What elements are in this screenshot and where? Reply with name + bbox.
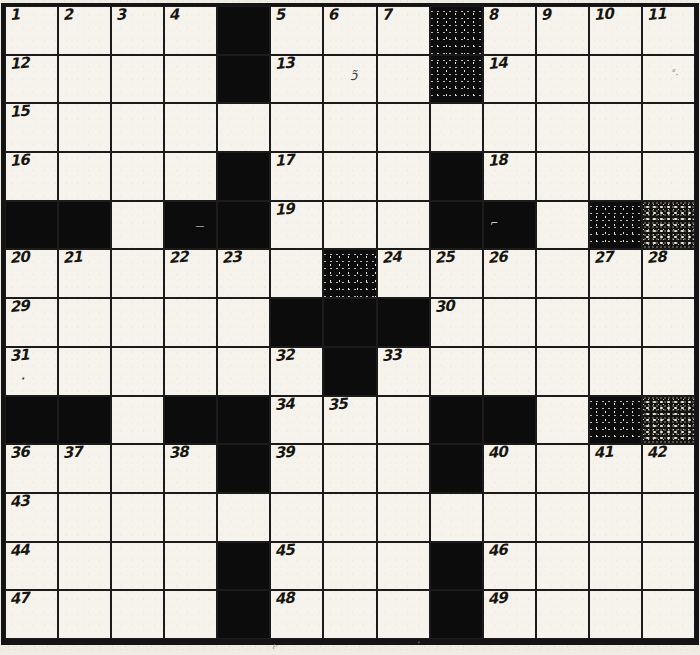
- clue-number-2: 2: [62, 6, 73, 24]
- black-cell-r4c5: [217, 152, 270, 201]
- cell-r10c3[interactable]: [111, 444, 164, 493]
- cell-r4c11[interactable]: [536, 152, 589, 201]
- clue-number-18: 18: [487, 152, 507, 171]
- cell-r3c6[interactable]: [270, 103, 323, 152]
- black-cell-r5c9: [430, 201, 483, 250]
- cell-r13c3[interactable]: [111, 590, 164, 639]
- clue-number-4: 4: [168, 6, 179, 24]
- clue-number-12: 12: [9, 54, 29, 73]
- clue-number-40: 40: [487, 444, 507, 463]
- cell-r9c6[interactable]: 34: [270, 396, 323, 445]
- cell-r3c2[interactable]: [58, 103, 111, 152]
- clue-number-43: 43: [9, 493, 29, 512]
- cell-r1c11[interactable]: 9: [536, 6, 589, 55]
- clue-number-34: 34: [274, 395, 294, 414]
- cell-r4c13[interactable]: [642, 152, 695, 201]
- clue-number-29: 29: [9, 298, 29, 317]
- clue-number-23: 23: [221, 249, 241, 268]
- cell-r3c4[interactable]: [164, 103, 217, 152]
- cell-r13c12[interactable]: [589, 590, 642, 639]
- cell-r7c2[interactable]: [58, 298, 111, 347]
- cell-r4c4[interactable]: [164, 152, 217, 201]
- cell-r10c12[interactable]: 41: [589, 444, 642, 493]
- clue-number-32: 32: [274, 346, 294, 365]
- black-cell-r7c7: [323, 298, 376, 347]
- cell-r8c8[interactable]: 33: [377, 347, 430, 396]
- stray-mark: —: [195, 222, 204, 231]
- cell-r3c1[interactable]: 15: [5, 103, 58, 152]
- cell-r11c6[interactable]: [270, 493, 323, 542]
- black-cell-r9c10: [483, 396, 536, 445]
- cell-r8c2[interactable]: [58, 347, 111, 396]
- black-cell-r2c9: [430, 55, 483, 104]
- clue-number-20: 20: [9, 249, 29, 268]
- clue-number-39: 39: [274, 444, 294, 463]
- black-cell-r9c2: [58, 396, 111, 445]
- clue-number-44: 44: [9, 541, 29, 560]
- clue-number-41: 41: [593, 444, 613, 463]
- cell-r3c9[interactable]: [430, 103, 483, 152]
- cell-r3c10[interactable]: [483, 103, 536, 152]
- black-cell-r5c1: [5, 201, 58, 250]
- cell-r7c1[interactable]: 29: [5, 298, 58, 347]
- clue-number-28: 28: [646, 249, 666, 268]
- cell-r12c8[interactable]: [377, 542, 430, 591]
- cell-r7c3[interactable]: [111, 298, 164, 347]
- clue-number-47: 47: [9, 590, 29, 609]
- cell-r8c10[interactable]: [483, 347, 536, 396]
- black-cell-r5c5: [217, 201, 270, 250]
- cell-r12c1[interactable]: 44: [5, 542, 58, 591]
- cell-r13c11[interactable]: [536, 590, 589, 639]
- cell-r1c6[interactable]: 5: [270, 6, 323, 55]
- cell-r3c13[interactable]: [642, 103, 695, 152]
- cell-r3c5[interactable]: [217, 103, 270, 152]
- black-cell-r2c5: [217, 55, 270, 104]
- clue-number-46: 46: [487, 541, 507, 560]
- clue-number-1: 1: [9, 6, 20, 24]
- cell-r1c4[interactable]: 4: [164, 6, 217, 55]
- cell-r1c8[interactable]: 7: [377, 6, 430, 55]
- cell-r6c1[interactable]: 20: [5, 249, 58, 298]
- clue-number-13: 13: [274, 54, 294, 73]
- cell-r11c2[interactable]: [58, 493, 111, 542]
- cell-r5c8[interactable]: [377, 201, 430, 250]
- cell-r12c4[interactable]: [164, 542, 217, 591]
- clue-number-27: 27: [593, 249, 613, 268]
- clue-number-9: 9: [540, 6, 551, 24]
- cell-r6c13[interactable]: 28: [642, 249, 695, 298]
- black-cell-r8c7: [323, 347, 376, 396]
- cell-r10c2[interactable]: 37: [58, 444, 111, 493]
- cell-r8c6[interactable]: 32: [270, 347, 323, 396]
- cell-r7c10[interactable]: [483, 298, 536, 347]
- cell-r4c1[interactable]: 16: [5, 152, 58, 201]
- black-cell-r10c9: [430, 444, 483, 493]
- cell-r13c4[interactable]: [164, 590, 217, 639]
- clue-number-21: 21: [62, 249, 82, 268]
- cell-r10c4[interactable]: 38: [164, 444, 217, 493]
- cell-r12c7[interactable]: [323, 542, 376, 591]
- cell-r13c7[interactable]: [323, 590, 376, 639]
- black-cell-r6c7: [323, 249, 376, 298]
- cell-r10c7[interactable]: [323, 444, 376, 493]
- stray-mark: ·: [19, 371, 24, 387]
- cell-r13c10[interactable]: 49: [483, 590, 536, 639]
- black-cell-r7c8: [377, 298, 430, 347]
- cell-r11c11[interactable]: [536, 493, 589, 542]
- crossword-grid: 12345678910111213ɔ̃14˚·15161718—19⌐20212…: [1, 3, 699, 645]
- clue-number-14: 14: [487, 54, 507, 73]
- black-cell-r13c5: [217, 590, 270, 639]
- clue-number-31: 31: [9, 346, 29, 365]
- cell-r6c8[interactable]: 24: [377, 249, 430, 298]
- black-cell-r9c12: [589, 396, 642, 445]
- cell-r1c1[interactable]: 1: [5, 6, 58, 55]
- cell-r3c7[interactable]: [323, 103, 376, 152]
- clue-number-5: 5: [274, 6, 285, 24]
- cell-r9c3[interactable]: [111, 396, 164, 445]
- cell-r2c4[interactable]: [164, 55, 217, 104]
- cell-r8c11[interactable]: [536, 347, 589, 396]
- cell-r12c12[interactable]: [589, 542, 642, 591]
- cell-r11c12[interactable]: [589, 493, 642, 542]
- cell-r1c10[interactable]: 8: [483, 6, 536, 55]
- cell-r12c13[interactable]: [642, 542, 695, 591]
- black-cell-r9c4: [164, 396, 217, 445]
- clue-number-37: 37: [62, 444, 82, 463]
- stray-mark: ⌐: [490, 219, 498, 228]
- clue-number-16: 16: [9, 152, 29, 171]
- cell-r11c4[interactable]: [164, 493, 217, 542]
- black-cell-r5c2: [58, 201, 111, 250]
- cell-r8c3[interactable]: [111, 347, 164, 396]
- cell-r4c2[interactable]: [58, 152, 111, 201]
- black-cell-r5c12: [589, 201, 642, 250]
- cell-r5c6[interactable]: 19: [270, 201, 323, 250]
- black-cell-r5c10: ⌐: [483, 201, 536, 250]
- cell-r6c6[interactable]: [270, 249, 323, 298]
- cell-r1c12[interactable]: 10: [589, 6, 642, 55]
- cell-r11c5[interactable]: [217, 493, 270, 542]
- clue-number-45: 45: [274, 541, 294, 560]
- cell-r5c7[interactable]: [323, 201, 376, 250]
- cell-r2c2[interactable]: [58, 55, 111, 104]
- cell-r4c8[interactable]: [377, 152, 430, 201]
- cell-r12c3[interactable]: [111, 542, 164, 591]
- cell-r5c11[interactable]: [536, 201, 589, 250]
- cell-r13c2[interactable]: [58, 590, 111, 639]
- cell-r6c3[interactable]: [111, 249, 164, 298]
- cell-r4c6[interactable]: 17: [270, 152, 323, 201]
- black-cell-r9c13: [642, 396, 695, 445]
- cell-r2c10[interactable]: 14: [483, 55, 536, 104]
- black-cell-r5c13: [642, 201, 695, 250]
- clue-number-33: 33: [381, 346, 401, 365]
- clue-number-38: 38: [168, 444, 188, 463]
- clue-number-30: 30: [434, 298, 454, 317]
- cell-r6c9[interactable]: 25: [430, 249, 483, 298]
- clue-number-17: 17: [274, 152, 294, 171]
- cell-r8c5[interactable]: [217, 347, 270, 396]
- cell-r13c8[interactable]: [377, 590, 430, 639]
- cell-r9c11[interactable]: [536, 396, 589, 445]
- cell-r2c1[interactable]: 12: [5, 55, 58, 104]
- scanned-newspaper-page: 12345678910111213ɔ̃14˚·15161718—19⌐20212…: [0, 0, 700, 655]
- cell-r5c3[interactable]: [111, 201, 164, 250]
- clue-number-15: 15: [9, 103, 29, 122]
- cell-r6c12[interactable]: 27: [589, 249, 642, 298]
- cell-r12c10[interactable]: 46: [483, 542, 536, 591]
- clue-number-26: 26: [487, 249, 507, 268]
- clue-number-3: 3: [115, 6, 126, 24]
- black-cell-r4c9: [430, 152, 483, 201]
- cell-r12c2[interactable]: [58, 542, 111, 591]
- cell-r7c12[interactable]: [589, 298, 642, 347]
- cell-r2c11[interactable]: [536, 55, 589, 104]
- clue-number-24: 24: [381, 249, 401, 268]
- cell-r11c9[interactable]: [430, 493, 483, 542]
- cell-r2c3[interactable]: [111, 55, 164, 104]
- clue-number-36: 36: [9, 444, 29, 463]
- clue-number-35: 35: [327, 395, 347, 414]
- cell-r9c7[interactable]: 35: [323, 396, 376, 445]
- cell-r11c7[interactable]: [323, 493, 376, 542]
- cell-r2c12[interactable]: [589, 55, 642, 104]
- cell-r10c6[interactable]: 39: [270, 444, 323, 493]
- cell-r7c4[interactable]: [164, 298, 217, 347]
- clue-number-19: 19: [274, 200, 294, 219]
- clue-number-7: 7: [381, 6, 392, 24]
- clue-number-10: 10: [593, 6, 613, 25]
- stray-mark: ɔ̃: [350, 69, 357, 82]
- clue-number-11: 11: [646, 6, 666, 25]
- cell-r1c3[interactable]: 3: [111, 6, 164, 55]
- stray-mark: ˚·: [669, 70, 677, 80]
- cell-r1c2[interactable]: 2: [58, 6, 111, 55]
- cell-r3c11[interactable]: [536, 103, 589, 152]
- cell-r2c7[interactable]: ɔ̃: [323, 55, 376, 104]
- black-cell-r9c1: [5, 396, 58, 445]
- cell-r6c11[interactable]: [536, 249, 589, 298]
- cell-r8c13[interactable]: [642, 347, 695, 396]
- cell-r3c12[interactable]: [589, 103, 642, 152]
- cell-r10c1[interactable]: 36: [5, 444, 58, 493]
- clue-number-48: 48: [274, 590, 294, 609]
- black-cell-r1c5: [217, 6, 270, 55]
- cell-r12c6[interactable]: 45: [270, 542, 323, 591]
- cell-r13c6[interactable]: 48: [270, 590, 323, 639]
- cell-r10c13[interactable]: 42: [642, 444, 695, 493]
- black-cell-r13c9: [430, 590, 483, 639]
- cell-r9c8[interactable]: [377, 396, 430, 445]
- black-cell-r5c4: —: [164, 201, 217, 250]
- cell-r7c9[interactable]: 30: [430, 298, 483, 347]
- clue-number-49: 49: [487, 590, 507, 609]
- cell-r12c11[interactable]: [536, 542, 589, 591]
- cell-r13c13[interactable]: [642, 590, 695, 639]
- cell-r10c10[interactable]: 40: [483, 444, 536, 493]
- cell-r7c11[interactable]: [536, 298, 589, 347]
- clue-number-42: 42: [646, 444, 666, 463]
- cell-r10c8[interactable]: [377, 444, 430, 493]
- cell-r11c10[interactable]: [483, 493, 536, 542]
- cell-r8c1[interactable]: 31·: [5, 347, 58, 396]
- cell-r6c5[interactable]: 23: [217, 249, 270, 298]
- clue-number-8: 8: [487, 6, 498, 24]
- black-cell-r9c5: [217, 396, 270, 445]
- cell-r1c7[interactable]: 6: [323, 6, 376, 55]
- cell-r1c13[interactable]: 11: [642, 6, 695, 55]
- black-cell-r1c9: [430, 6, 483, 55]
- black-cell-r10c5: [217, 444, 270, 493]
- cell-r7c5[interactable]: [217, 298, 270, 347]
- cell-r8c9[interactable]: [430, 347, 483, 396]
- cell-r11c8[interactable]: [377, 493, 430, 542]
- black-cell-r9c9: [430, 396, 483, 445]
- cell-r4c7[interactable]: [323, 152, 376, 201]
- cell-r11c13[interactable]: [642, 493, 695, 542]
- cell-r6c10[interactable]: 26: [483, 249, 536, 298]
- cell-r13c1[interactable]: 47: [5, 590, 58, 639]
- black-cell-r12c5: [217, 542, 270, 591]
- cell-r2c13[interactable]: ˚·: [642, 55, 695, 104]
- cell-r10c11[interactable]: [536, 444, 589, 493]
- cell-r4c3[interactable]: [111, 152, 164, 201]
- clue-number-22: 22: [168, 249, 188, 268]
- cell-r6c2[interactable]: 21: [58, 249, 111, 298]
- black-cell-r7c6: [270, 298, 323, 347]
- cell-r2c8[interactable]: [377, 55, 430, 104]
- black-cell-r12c9: [430, 542, 483, 591]
- cell-r8c12[interactable]: [589, 347, 642, 396]
- cell-r4c10[interactable]: 18: [483, 152, 536, 201]
- cell-r3c3[interactable]: [111, 103, 164, 152]
- cell-r4c12[interactable]: [589, 152, 642, 201]
- cell-r8c4[interactable]: [164, 347, 217, 396]
- clue-number-25: 25: [434, 249, 454, 268]
- cell-r3c8[interactable]: [377, 103, 430, 152]
- clue-number-6: 6: [327, 6, 338, 24]
- cell-r6c4[interactable]: 22: [164, 249, 217, 298]
- cell-r2c6[interactable]: 13: [270, 55, 323, 104]
- cell-r11c3[interactable]: [111, 493, 164, 542]
- cell-r11c1[interactable]: 43: [5, 493, 58, 542]
- cell-r7c13[interactable]: [642, 298, 695, 347]
